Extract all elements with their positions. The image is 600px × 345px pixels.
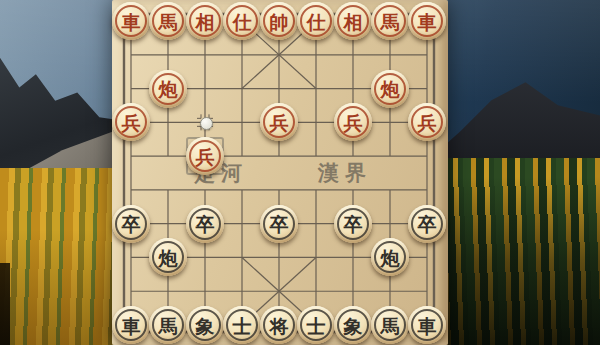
background-forest-right bbox=[438, 158, 600, 345]
piece-character: 炮 bbox=[159, 249, 178, 268]
piece-black-soldier[interactable]: 卒 bbox=[408, 205, 446, 243]
piece-character: 馬 bbox=[381, 317, 400, 336]
piece-red-chariot[interactable]: 車 bbox=[408, 2, 446, 40]
piece-character: 炮 bbox=[381, 80, 400, 99]
piece-character: 兵 bbox=[122, 114, 141, 133]
piece-character: 卒 bbox=[344, 215, 363, 234]
piece-red-cannon[interactable]: 炮 bbox=[371, 70, 409, 108]
background-autumn-trees-left bbox=[0, 168, 115, 345]
piece-character: 帥 bbox=[270, 13, 289, 32]
piece-red-horse[interactable]: 馬 bbox=[371, 2, 409, 40]
piece-character: 象 bbox=[196, 317, 215, 336]
piece-black-advisor[interactable]: 士 bbox=[223, 306, 261, 344]
xiangqi-board[interactable]: 楚河 漢界 車馬相仕帥仕相馬車炮炮兵兵兵兵兵卒卒卒卒卒炮炮車馬象士将士象馬車 bbox=[112, 0, 448, 345]
piece-black-advisor[interactable]: 士 bbox=[297, 306, 335, 344]
piece-red-horse[interactable]: 馬 bbox=[149, 2, 187, 40]
piece-character: 兵 bbox=[270, 114, 289, 133]
piece-black-general[interactable]: 将 bbox=[260, 306, 298, 344]
piece-character: 車 bbox=[418, 13, 437, 32]
piece-character: 士 bbox=[307, 317, 326, 336]
piece-black-soldier[interactable]: 卒 bbox=[112, 205, 150, 243]
xiangqi-game-screen: 楚河 漢界 車馬相仕帥仕相馬車炮炮兵兵兵兵兵卒卒卒卒卒炮炮車馬象士将士象馬車 bbox=[0, 0, 600, 345]
piece-character: 象 bbox=[344, 317, 363, 336]
piece-character: 炮 bbox=[159, 80, 178, 99]
piece-character: 車 bbox=[122, 13, 141, 32]
piece-black-elephant[interactable]: 象 bbox=[334, 306, 372, 344]
piece-character: 相 bbox=[344, 13, 363, 32]
piece-red-advisor[interactable]: 仕 bbox=[223, 2, 261, 40]
last-move-origin-marker bbox=[200, 117, 213, 130]
piece-red-elephant[interactable]: 相 bbox=[334, 2, 372, 40]
piece-black-chariot[interactable]: 車 bbox=[112, 306, 150, 344]
piece-character: 兵 bbox=[196, 148, 215, 167]
piece-character: 卒 bbox=[196, 215, 215, 234]
piece-character: 車 bbox=[418, 317, 437, 336]
piece-black-horse[interactable]: 馬 bbox=[149, 306, 187, 344]
piece-red-general[interactable]: 帥 bbox=[260, 2, 298, 40]
piece-black-soldier[interactable]: 卒 bbox=[186, 205, 224, 243]
piece-character: 仕 bbox=[307, 13, 326, 32]
piece-red-elephant[interactable]: 相 bbox=[186, 2, 224, 40]
piece-character: 卒 bbox=[270, 215, 289, 234]
piece-red-cannon[interactable]: 炮 bbox=[149, 70, 187, 108]
piece-character: 卒 bbox=[122, 215, 141, 234]
piece-character: 仕 bbox=[233, 13, 252, 32]
piece-black-soldier[interactable]: 卒 bbox=[260, 205, 298, 243]
piece-character: 将 bbox=[270, 317, 289, 336]
piece-black-chariot[interactable]: 車 bbox=[408, 306, 446, 344]
piece-character: 兵 bbox=[344, 114, 363, 133]
piece-black-soldier[interactable]: 卒 bbox=[334, 205, 372, 243]
river-label-han-jie: 漢界 bbox=[318, 159, 372, 187]
piece-character: 車 bbox=[122, 317, 141, 336]
piece-character: 相 bbox=[196, 13, 215, 32]
piece-red-soldier[interactable]: 兵 bbox=[186, 137, 224, 175]
piece-character: 炮 bbox=[381, 249, 400, 268]
piece-black-elephant[interactable]: 象 bbox=[186, 306, 224, 344]
piece-red-advisor[interactable]: 仕 bbox=[297, 2, 335, 40]
piece-character: 馬 bbox=[381, 13, 400, 32]
piece-character: 士 bbox=[233, 317, 252, 336]
piece-character: 馬 bbox=[159, 13, 178, 32]
piece-black-horse[interactable]: 馬 bbox=[371, 306, 409, 344]
piece-character: 馬 bbox=[159, 317, 178, 336]
piece-character: 卒 bbox=[418, 215, 437, 234]
piece-character: 兵 bbox=[418, 114, 437, 133]
piece-red-chariot[interactable]: 車 bbox=[112, 2, 150, 40]
board-grid bbox=[112, 0, 448, 345]
